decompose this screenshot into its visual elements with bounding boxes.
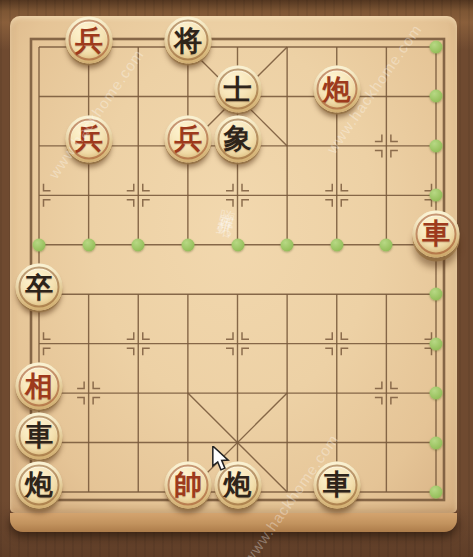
black-chariot[interactable]: 車 (313, 461, 360, 508)
black-soldier-glyph: 卒 (16, 264, 63, 311)
black-elephant[interactable]: 象 (214, 115, 261, 162)
move-hint-dot[interactable] (430, 288, 443, 301)
red-chariot-selected[interactable]: 車 (413, 210, 460, 257)
move-hint-dot[interactable] (430, 139, 443, 152)
move-hint-dot[interactable] (181, 238, 194, 251)
red-chariot-glyph: 車 (413, 210, 460, 257)
move-hint-dot[interactable] (430, 90, 443, 103)
black-chariot-glyph: 車 (16, 412, 63, 459)
red-soldier-glyph: 兵 (65, 115, 112, 162)
black-advisor-glyph: 士 (214, 66, 261, 113)
red-soldier-glyph: 兵 (65, 17, 112, 64)
move-hint-dot[interactable] (231, 238, 244, 251)
black-cannon-glyph: 炮 (16, 461, 63, 508)
black-general-glyph: 将 (164, 17, 211, 64)
move-hint-dot[interactable] (430, 189, 443, 202)
move-hint-dot[interactable] (380, 238, 393, 251)
red-elephant[interactable]: 相 (16, 363, 63, 410)
move-hint-dot[interactable] (430, 436, 443, 449)
move-hint-dot[interactable] (430, 41, 443, 54)
move-hint-dot[interactable] (281, 238, 294, 251)
move-hint-dot[interactable] (430, 387, 443, 400)
red-general[interactable]: 帥 (164, 461, 211, 508)
red-cannon-glyph: 炮 (313, 66, 360, 113)
board-front-edge (10, 513, 457, 532)
red-general-glyph: 帥 (164, 461, 211, 508)
red-soldier[interactable]: 兵 (65, 115, 112, 162)
black-cannon[interactable]: 炮 (16, 461, 63, 508)
black-chariot[interactable]: 車 (16, 412, 63, 459)
black-cannon-glyph: 炮 (214, 461, 261, 508)
move-hint-dot[interactable] (430, 337, 443, 350)
black-chariot-glyph: 車 (313, 461, 360, 508)
black-elephant-glyph: 象 (214, 115, 261, 162)
black-advisor[interactable]: 士 (214, 66, 261, 113)
move-hint-dot[interactable] (132, 238, 145, 251)
black-general[interactable]: 将 (164, 17, 211, 64)
black-soldier[interactable]: 卒 (16, 264, 63, 311)
red-elephant-glyph: 相 (16, 363, 63, 410)
red-soldier[interactable]: 兵 (164, 115, 211, 162)
red-cannon[interactable]: 炮 (313, 66, 360, 113)
move-hint-dot[interactable] (82, 238, 95, 251)
xiangqi-game-screen: www.hackhome.com www.hackhome.com www.ha… (0, 0, 473, 557)
move-hint-dot[interactable] (33, 238, 46, 251)
red-soldier[interactable]: 兵 (65, 17, 112, 64)
red-soldier-glyph: 兵 (164, 115, 211, 162)
black-cannon[interactable]: 炮 (214, 461, 261, 508)
move-hint-dot[interactable] (430, 485, 443, 498)
move-hint-dot[interactable] (330, 238, 343, 251)
